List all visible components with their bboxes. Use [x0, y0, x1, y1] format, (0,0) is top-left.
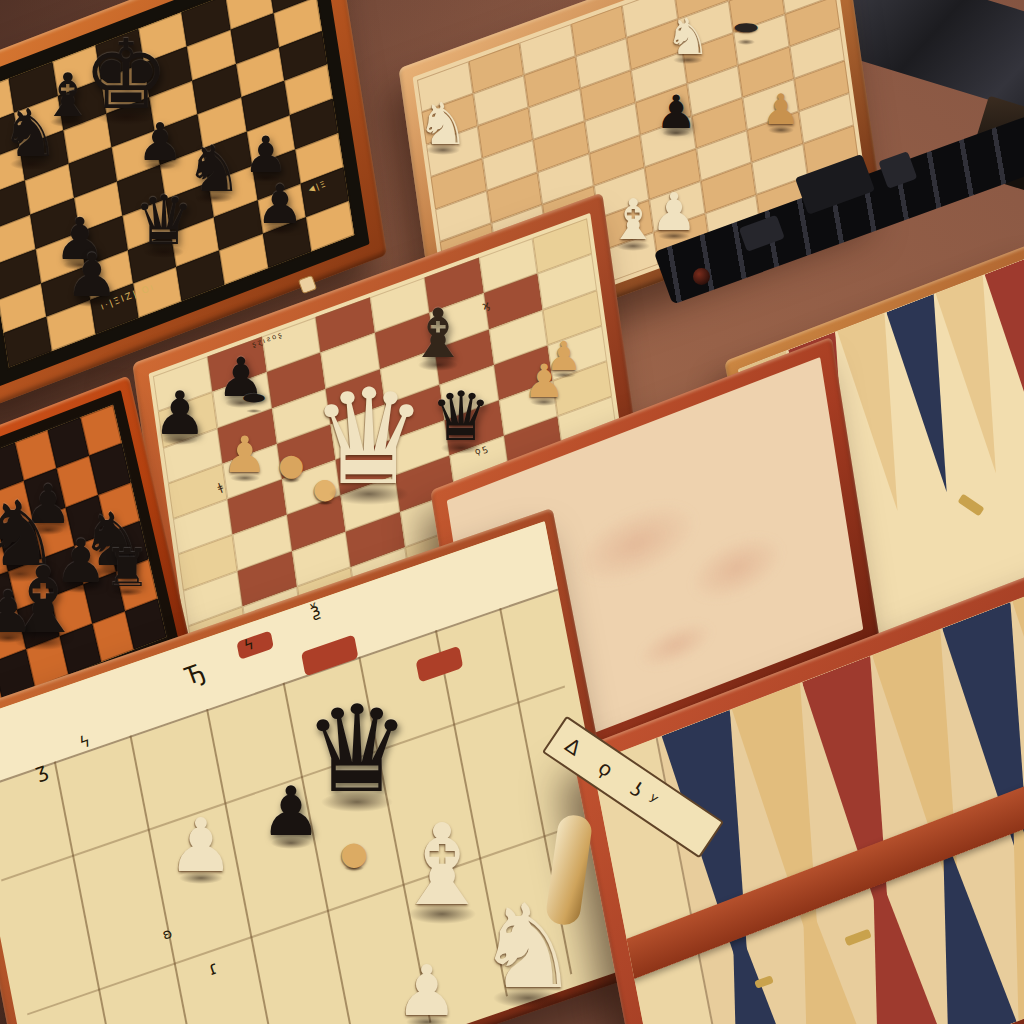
- tabletop-scene: Δ ϙ ʖʸ·♞♝♚♟♞♟♟♛♟♟♞●♟♟♞♝♟♟♟●♟●●♛♝♛♟♟♟♞♞♟♜…: [0, 0, 1024, 1024]
- tc-inlay-disc-shadow: [737, 39, 755, 44]
- tc-inlay-disc-piece[interactable]: ●: [733, 21, 759, 33]
- tl-black-queen-piece[interactable]: ♛: [134, 187, 195, 255]
- blank-tray-center-smudge-0: [571, 487, 703, 598]
- le-black-rook-piece[interactable]: ♜: [104, 542, 151, 594]
- tl-black-pawn-3-piece[interactable]: ♟: [256, 178, 304, 232]
- ruled-board-bottom-left-line-v0: [54, 761, 127, 1024]
- c-tan-pawn-1-piece[interactable]: ♟: [223, 430, 268, 480]
- bl-white-pawn-1-piece[interactable]: ♟: [168, 808, 234, 882]
- tc-white-pawn-piece[interactable]: ♟: [651, 186, 698, 238]
- le-black-pawn-3-piece[interactable]: ♟: [0, 583, 34, 641]
- ruled-board-bottom-left-red-accent-1: [301, 634, 359, 676]
- tc-two-tone-pawn-piece[interactable]: ♟: [762, 89, 800, 131]
- tc-white-knight-left-piece[interactable]: ♞: [417, 95, 469, 153]
- c-tan-pawn-3-piece[interactable]: ♟: [546, 336, 582, 376]
- backgammon-point: [768, 871, 876, 1024]
- c-wood-ball-1-piece[interactable]: ●: [278, 450, 304, 480]
- tl-black-pawn-5-piece[interactable]: ♟: [65, 245, 119, 305]
- bl-wood-ball-piece[interactable]: ●: [340, 837, 368, 869]
- latch-knob: [693, 268, 710, 285]
- tl-black-pawn-1-piece[interactable]: ♟: [137, 116, 184, 168]
- c-black-queen-piece[interactable]: ♛: [431, 383, 492, 451]
- c-white-queen-piece[interactable]: ♛: [310, 371, 428, 503]
- carved-black-rail-part-2: [878, 151, 917, 189]
- bl-black-pawn-piece[interactable]: ♟: [261, 778, 322, 846]
- tl-black-king-piece[interactable]: ♚: [83, 27, 169, 123]
- bl-white-pawn-2-piece[interactable]: ♟: [396, 956, 459, 1024]
- bl-white-knight-piece[interactable]: ♞: [476, 889, 580, 1005]
- blank-tray-center-smudge-1: [686, 523, 788, 613]
- tc-black-pawn-piece[interactable]: ♟: [655, 89, 696, 135]
- carved-black-rail-part-1: [739, 215, 785, 253]
- tc-white-knight-top-piece[interactable]: ♞: [666, 12, 711, 62]
- backgammon-point: [698, 898, 806, 1024]
- c-black-disc-piece[interactable]: ●: [242, 392, 266, 403]
- c-black-pawn-1-piece[interactable]: ♟: [153, 383, 207, 443]
- ruled-board-bottom-left-red-accent-2: [416, 646, 464, 683]
- c-dark-top-bishop-piece[interactable]: ♝: [408, 300, 469, 368]
- blank-tray-center-smudge-2: [635, 613, 715, 676]
